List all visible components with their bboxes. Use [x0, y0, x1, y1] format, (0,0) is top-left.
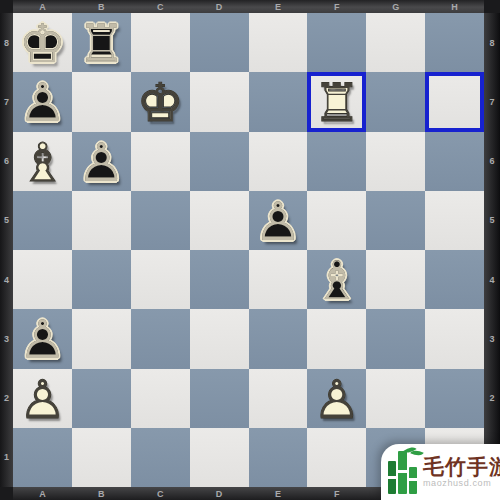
file-label-a: A — [13, 487, 72, 500]
piece-black-king[interactable]: ♚♔ — [13, 13, 72, 72]
square-a2[interactable]: ♟♙ — [13, 369, 72, 428]
rank-label-4: 4 — [0, 250, 13, 309]
file-label-f: F — [307, 487, 366, 500]
square-e3[interactable] — [249, 309, 308, 368]
square-e7[interactable] — [249, 72, 308, 131]
square-c3[interactable] — [131, 309, 190, 368]
piece-black-bishop[interactable]: ♝♗ — [307, 250, 366, 309]
white-bishop-detail: ♗ — [13, 133, 72, 192]
square-g7[interactable] — [366, 72, 425, 131]
square-d8[interactable] — [190, 13, 249, 72]
rank-label-5: 5 — [484, 191, 500, 250]
piece-black-pawn[interactable]: ♟♙ — [249, 191, 308, 250]
piece-white-king[interactable]: ♚♔ — [131, 72, 190, 131]
file-label-d: D — [190, 487, 249, 500]
file-label-b: B — [72, 487, 131, 500]
rank-label-5: 5 — [0, 191, 13, 250]
rank-label-6: 6 — [484, 132, 500, 191]
square-e8[interactable] — [249, 13, 308, 72]
watermark-badge: 毛竹手游 maozhusd.com — [381, 444, 500, 500]
board-grid: ♚♔♜♖♟♙♚♔♜♖♝♗♟♙♟♙♝♗♟♙♟♙♟♙ — [13, 13, 484, 487]
white-rook-detail: ♖ — [307, 73, 366, 132]
square-h6[interactable] — [425, 132, 484, 191]
chessboard-app: ABCDEFGH ABCDEFGH 87654321 87654321 ♚♔♜♖… — [0, 0, 500, 500]
square-g5[interactable] — [366, 191, 425, 250]
file-label-c: C — [131, 487, 190, 500]
piece-white-pawn[interactable]: ♟♙ — [307, 369, 366, 428]
square-b6[interactable]: ♟♙ — [72, 132, 131, 191]
square-c4[interactable] — [131, 250, 190, 309]
file-labels-top: ABCDEFGH — [13, 0, 484, 13]
rank-label-4: 4 — [484, 250, 500, 309]
piece-black-pawn[interactable]: ♟♙ — [13, 309, 72, 368]
file-label-a: A — [13, 0, 72, 13]
black-pawn-detail: ♙ — [13, 73, 72, 132]
square-c6[interactable] — [131, 132, 190, 191]
rank-label-1: 1 — [0, 428, 13, 487]
square-g4[interactable] — [366, 250, 425, 309]
square-f2[interactable]: ♟♙ — [307, 369, 366, 428]
square-f5[interactable] — [307, 191, 366, 250]
square-a5[interactable] — [13, 191, 72, 250]
piece-white-bishop[interactable]: ♝♗ — [13, 132, 72, 191]
rank-labels-right: 87654321 — [484, 13, 500, 487]
black-rook-detail: ♖ — [72, 14, 131, 73]
square-b8[interactable]: ♜♖ — [72, 13, 131, 72]
square-h4[interactable] — [425, 250, 484, 309]
black-pawn-detail: ♙ — [72, 133, 131, 192]
white-pawn-detail: ♙ — [13, 370, 72, 429]
rank-label-7: 7 — [484, 72, 500, 131]
piece-white-pawn[interactable]: ♟♙ — [13, 369, 72, 428]
square-f8[interactable] — [307, 13, 366, 72]
black-pawn-detail: ♙ — [249, 192, 308, 251]
square-b7[interactable] — [72, 72, 131, 131]
square-h5[interactable] — [425, 191, 484, 250]
rank-label-3: 3 — [0, 309, 13, 368]
piece-white-rook[interactable]: ♜♖ — [307, 72, 366, 131]
square-e4[interactable] — [249, 250, 308, 309]
frame-corner — [0, 0, 13, 13]
square-d1[interactable] — [190, 428, 249, 487]
square-d4[interactable] — [190, 250, 249, 309]
white-pawn-detail: ♙ — [307, 370, 366, 429]
square-g6[interactable] — [366, 132, 425, 191]
square-f7[interactable]: ♜♖ — [307, 72, 366, 131]
frame-corner — [484, 0, 500, 13]
rank-label-2: 2 — [0, 369, 13, 428]
square-b3[interactable] — [72, 309, 131, 368]
square-d7[interactable] — [190, 72, 249, 131]
watermark-site-name: 毛竹手游 — [423, 457, 500, 478]
black-king-detail: ♔ — [13, 14, 72, 73]
piece-black-rook[interactable]: ♜♖ — [72, 13, 131, 72]
square-c7[interactable]: ♚♔ — [131, 72, 190, 131]
file-label-b: B — [72, 0, 131, 13]
square-c2[interactable] — [131, 369, 190, 428]
bamboo-logo-icon — [388, 449, 420, 495]
square-h2[interactable] — [425, 369, 484, 428]
square-a6[interactable]: ♝♗ — [13, 132, 72, 191]
frame-corner — [0, 487, 13, 500]
square-e1[interactable] — [249, 428, 308, 487]
rank-labels-left: 87654321 — [0, 13, 13, 487]
square-b1[interactable] — [72, 428, 131, 487]
black-pawn-detail: ♙ — [13, 310, 72, 369]
square-a8[interactable]: ♚♔ — [13, 13, 72, 72]
square-d5[interactable] — [190, 191, 249, 250]
square-e6[interactable] — [249, 132, 308, 191]
square-b5[interactable] — [72, 191, 131, 250]
file-label-g: G — [366, 0, 425, 13]
file-label-f: F — [307, 0, 366, 13]
square-h8[interactable] — [425, 13, 484, 72]
square-e5[interactable]: ♟♙ — [249, 191, 308, 250]
square-b2[interactable] — [72, 369, 131, 428]
watermark-site-url: maozhusd.com — [423, 479, 500, 488]
rank-label-8: 8 — [484, 13, 500, 72]
square-f3[interactable] — [307, 309, 366, 368]
file-label-e: E — [249, 487, 308, 500]
square-d6[interactable] — [190, 132, 249, 191]
rank-label-6: 6 — [0, 132, 13, 191]
square-c8[interactable] — [131, 13, 190, 72]
square-h3[interactable] — [425, 309, 484, 368]
square-d2[interactable] — [190, 369, 249, 428]
square-h7[interactable] — [425, 72, 484, 131]
piece-black-pawn[interactable]: ♟♙ — [13, 72, 72, 131]
square-e2[interactable] — [249, 369, 308, 428]
square-g2[interactable] — [366, 369, 425, 428]
rank-label-3: 3 — [484, 309, 500, 368]
square-c1[interactable] — [131, 428, 190, 487]
square-g8[interactable] — [366, 13, 425, 72]
square-a7[interactable]: ♟♙ — [13, 72, 72, 131]
file-label-e: E — [249, 0, 308, 13]
square-f6[interactable] — [307, 132, 366, 191]
white-king-detail: ♔ — [131, 73, 190, 132]
square-b4[interactable] — [72, 250, 131, 309]
file-label-d: D — [190, 0, 249, 13]
piece-black-pawn[interactable]: ♟♙ — [72, 132, 131, 191]
square-a4[interactable] — [13, 250, 72, 309]
square-f4[interactable]: ♝♗ — [307, 250, 366, 309]
black-bishop-detail: ♗ — [307, 251, 366, 310]
square-f1[interactable] — [307, 428, 366, 487]
square-d3[interactable] — [190, 309, 249, 368]
rank-label-8: 8 — [0, 13, 13, 72]
rank-label-2: 2 — [484, 369, 500, 428]
square-g3[interactable] — [366, 309, 425, 368]
file-label-c: C — [131, 0, 190, 13]
rank-label-7: 7 — [0, 72, 13, 131]
file-label-h: H — [425, 0, 484, 13]
square-c5[interactable] — [131, 191, 190, 250]
square-a3[interactable]: ♟♙ — [13, 309, 72, 368]
square-a1[interactable] — [13, 428, 72, 487]
